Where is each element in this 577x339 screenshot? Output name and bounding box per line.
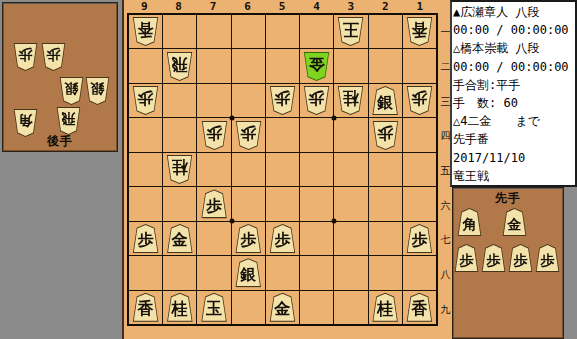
square-9七[interactable]: 歩 [129, 222, 162, 255]
piece-歩-5三[interactable]: 歩 [269, 86, 296, 115]
square-8一[interactable] [163, 15, 196, 48]
square-3一[interactable]: 王 [334, 15, 367, 48]
info-line-1: 00:00 / 00:00:00 [453, 21, 574, 39]
piece-歩[interactable]: 歩 [41, 43, 66, 71]
square-7六[interactable]: 歩 [197, 187, 230, 220]
rank-label-九: 九 [438, 292, 453, 327]
square-1一[interactable]: 香 [403, 15, 436, 48]
sente-tray-label: 先手 [453, 190, 563, 207]
square-3三[interactable]: 桂 [334, 84, 367, 117]
square-6四[interactable]: 歩 [232, 118, 265, 151]
square-5九[interactable]: 金 [266, 291, 299, 324]
square-1五[interactable] [403, 153, 436, 186]
piece-歩-7四[interactable]: 歩 [201, 121, 228, 150]
square-7四[interactable]: 歩 [197, 118, 230, 151]
piece-歩-7六[interactable]: 歩 [201, 189, 228, 218]
piece-歩-1七[interactable]: 歩 [406, 224, 433, 253]
square-2七[interactable] [369, 222, 402, 255]
piece-香-9九[interactable]: 香 [132, 293, 159, 322]
square-9五[interactable] [129, 153, 162, 186]
square-2八[interactable] [369, 256, 402, 289]
square-2一[interactable] [369, 15, 402, 48]
square-4六[interactable] [300, 187, 333, 220]
square-9一[interactable]: 香 [129, 15, 162, 48]
piece-王-3一[interactable]: 王 [337, 17, 364, 46]
square-7一[interactable] [197, 15, 230, 48]
square-7七[interactable] [197, 222, 230, 255]
square-6一[interactable] [232, 15, 265, 48]
square-9八[interactable] [129, 256, 162, 289]
square-1二[interactable] [403, 49, 436, 82]
square-8八[interactable] [163, 256, 196, 289]
file-label-1: 1 [403, 0, 437, 13]
square-6二[interactable] [232, 49, 265, 82]
square-1九[interactable]: 香 [403, 291, 436, 324]
square-2四[interactable]: 歩 [369, 118, 402, 151]
square-1八[interactable] [403, 256, 436, 289]
piece-銀[interactable]: 銀 [59, 77, 84, 105]
info-line-0: ▲広瀬章人 八段 [453, 3, 574, 21]
piece-玉-7九[interactable]: 玉 [201, 293, 228, 322]
file-label-6: 6 [230, 0, 264, 13]
shogi-board: 987654321 香王香飛金歩歩歩桂銀歩歩歩歩桂歩歩金歩歩歩銀香桂玉金桂香 一… [122, 0, 452, 339]
piece-角[interactable]: 角 [457, 208, 482, 236]
piece-飛[interactable]: 飛 [56, 107, 81, 135]
square-9四[interactable] [129, 118, 162, 151]
piece-金-5九[interactable]: 金 [269, 293, 296, 322]
star-point [332, 219, 337, 224]
square-8四[interactable] [163, 118, 196, 151]
info-line-8: 2017/11/10 [453, 149, 574, 167]
piece-香-1一[interactable]: 香 [406, 17, 433, 46]
square-6三[interactable] [232, 84, 265, 117]
square-9二[interactable] [129, 49, 162, 82]
square-4二[interactable]: 金 [300, 49, 333, 82]
piece-歩[interactable]: 歩 [454, 244, 479, 272]
file-label-2: 2 [368, 0, 402, 13]
square-6九[interactable] [232, 291, 265, 324]
gote-captured-tray: 後手 歩歩銀銀角飛 [2, 2, 118, 152]
square-5四[interactable] [266, 118, 299, 151]
square-6七[interactable]: 歩 [232, 222, 265, 255]
square-7九[interactable]: 玉 [197, 291, 230, 324]
square-3九[interactable] [334, 291, 367, 324]
file-label-5: 5 [265, 0, 299, 13]
piece-歩-4三[interactable]: 歩 [303, 86, 330, 115]
piece-銀[interactable]: 銀 [85, 77, 110, 105]
square-4九[interactable] [300, 291, 333, 324]
square-1七[interactable]: 歩 [403, 222, 436, 255]
file-label-8: 8 [161, 0, 195, 13]
piece-金-8七[interactable]: 金 [166, 224, 193, 253]
piece-香-1九[interactable]: 香 [406, 293, 433, 322]
file-labels: 987654321 [127, 0, 437, 13]
info-line-5: 手 数: 60 [453, 94, 574, 112]
piece-歩[interactable]: 歩 [13, 43, 38, 71]
square-8九[interactable]: 桂 [163, 291, 196, 324]
square-5五[interactable] [266, 153, 299, 186]
rank-label-七: 七 [438, 223, 453, 258]
square-1三[interactable]: 歩 [403, 84, 436, 117]
square-8六[interactable] [163, 187, 196, 220]
info-line-3: 00:00 / 00:00:00 [453, 58, 574, 76]
square-4五[interactable] [300, 153, 333, 186]
piece-歩-9七[interactable]: 歩 [132, 224, 159, 253]
piece-桂-2九[interactable]: 桂 [372, 293, 399, 322]
game-info-panel: ▲広瀬章人 八段00:00 / 00:00:00△橋本崇載 八段00:00 / … [450, 0, 577, 187]
info-line-7: 先手番 [453, 130, 574, 148]
square-8三[interactable] [163, 84, 196, 117]
piece-香-9一[interactable]: 香 [132, 17, 159, 46]
piece-桂-8五[interactable]: 桂 [166, 155, 193, 184]
square-9三[interactable]: 歩 [129, 84, 162, 117]
piece-銀-2三[interactable]: 銀 [372, 86, 399, 115]
square-6六[interactable] [232, 187, 265, 220]
square-3四[interactable] [334, 118, 367, 151]
piece-桂-8九[interactable]: 桂 [166, 293, 193, 322]
square-6五[interactable] [232, 153, 265, 186]
square-8七[interactable]: 金 [163, 222, 196, 255]
file-label-7: 7 [196, 0, 230, 13]
square-9九[interactable]: 香 [129, 291, 162, 324]
piece-歩-6四[interactable]: 歩 [235, 121, 262, 150]
square-2五[interactable] [369, 153, 402, 186]
square-2三[interactable]: 銀 [369, 84, 402, 117]
board-grid: 香王香飛金歩歩歩桂銀歩歩歩歩桂歩歩金歩歩歩銀香桂玉金桂香 [127, 13, 438, 326]
rank-label-六: 六 [438, 188, 453, 223]
square-1四[interactable] [403, 118, 436, 151]
square-5三[interactable]: 歩 [266, 84, 299, 117]
piece-歩-5七[interactable]: 歩 [269, 224, 296, 253]
sente-captured-tray: 先手 角金歩歩歩歩 [452, 187, 564, 339]
square-4八[interactable] [300, 256, 333, 289]
square-4四[interactable] [300, 118, 333, 151]
gote-tray-label: 後手 [3, 133, 117, 150]
shogi-app-window: 後手 歩歩銀銀角飛 987654321 香王香飛金歩歩歩桂銀歩歩歩歩桂歩歩金歩歩… [0, 0, 577, 339]
square-2六[interactable] [369, 187, 402, 220]
piece-金-4二[interactable]: 金 [303, 52, 330, 81]
file-label-4: 4 [299, 0, 333, 13]
square-1六[interactable] [403, 187, 436, 220]
square-7八[interactable] [197, 256, 230, 289]
piece-銀-6八[interactable]: 銀 [235, 258, 262, 287]
square-2二[interactable] [369, 49, 402, 82]
info-line-4: 手合割:平手 [453, 76, 574, 94]
file-label-3: 3 [334, 0, 368, 13]
piece-桂-3三[interactable]: 桂 [337, 86, 364, 115]
square-7二[interactable] [197, 49, 230, 82]
piece-金[interactable]: 金 [502, 208, 527, 236]
square-4一[interactable] [300, 15, 333, 48]
square-3八[interactable] [334, 256, 367, 289]
piece-歩[interactable]: 歩 [508, 244, 533, 272]
star-point [229, 116, 234, 121]
piece-飛-8二[interactable]: 飛 [166, 52, 193, 81]
square-3七[interactable] [334, 222, 367, 255]
square-4三[interactable]: 歩 [300, 84, 333, 117]
star-point [332, 116, 337, 121]
piece-歩-6七[interactable]: 歩 [235, 224, 262, 253]
square-5七[interactable]: 歩 [266, 222, 299, 255]
square-7五[interactable] [197, 153, 230, 186]
square-7三[interactable] [197, 84, 230, 117]
square-3二[interactable] [334, 49, 367, 82]
square-4七[interactable] [300, 222, 333, 255]
square-3六[interactable] [334, 187, 367, 220]
square-2九[interactable]: 桂 [369, 291, 402, 324]
square-8二[interactable]: 飛 [163, 49, 196, 82]
piece-歩-9三[interactable]: 歩 [132, 86, 159, 115]
info-line-6: △4二金 まで [453, 112, 574, 130]
info-line-9: 竜王戦 [453, 167, 574, 185]
square-5一[interactable] [266, 15, 299, 48]
piece-歩[interactable]: 歩 [481, 244, 506, 272]
square-5六[interactable] [266, 187, 299, 220]
info-line-2: △橋本崇載 八段 [453, 39, 574, 57]
piece-歩[interactable]: 歩 [535, 244, 560, 272]
star-point [229, 219, 234, 224]
square-5二[interactable] [266, 49, 299, 82]
square-5八[interactable] [266, 256, 299, 289]
piece-歩-1三[interactable]: 歩 [406, 86, 433, 115]
square-3五[interactable] [334, 153, 367, 186]
square-8五[interactable]: 桂 [163, 153, 196, 186]
piece-歩-2四[interactable]: 歩 [372, 121, 399, 150]
rank-label-八: 八 [438, 258, 453, 293]
file-label-9: 9 [127, 0, 161, 13]
square-6八[interactable]: 銀 [232, 256, 265, 289]
square-9六[interactable] [129, 187, 162, 220]
